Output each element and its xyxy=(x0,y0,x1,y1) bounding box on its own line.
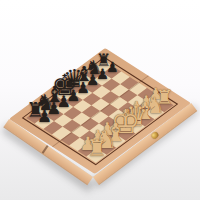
fold-seam-notch xyxy=(42,145,49,154)
product-photo: ♜♞♝♛♚♝♞♜♟♟♟♟♟♟♟♟♟♟♟♟♟♟♟♟♜♞♝♛♚♝♞♜ xyxy=(0,0,200,200)
